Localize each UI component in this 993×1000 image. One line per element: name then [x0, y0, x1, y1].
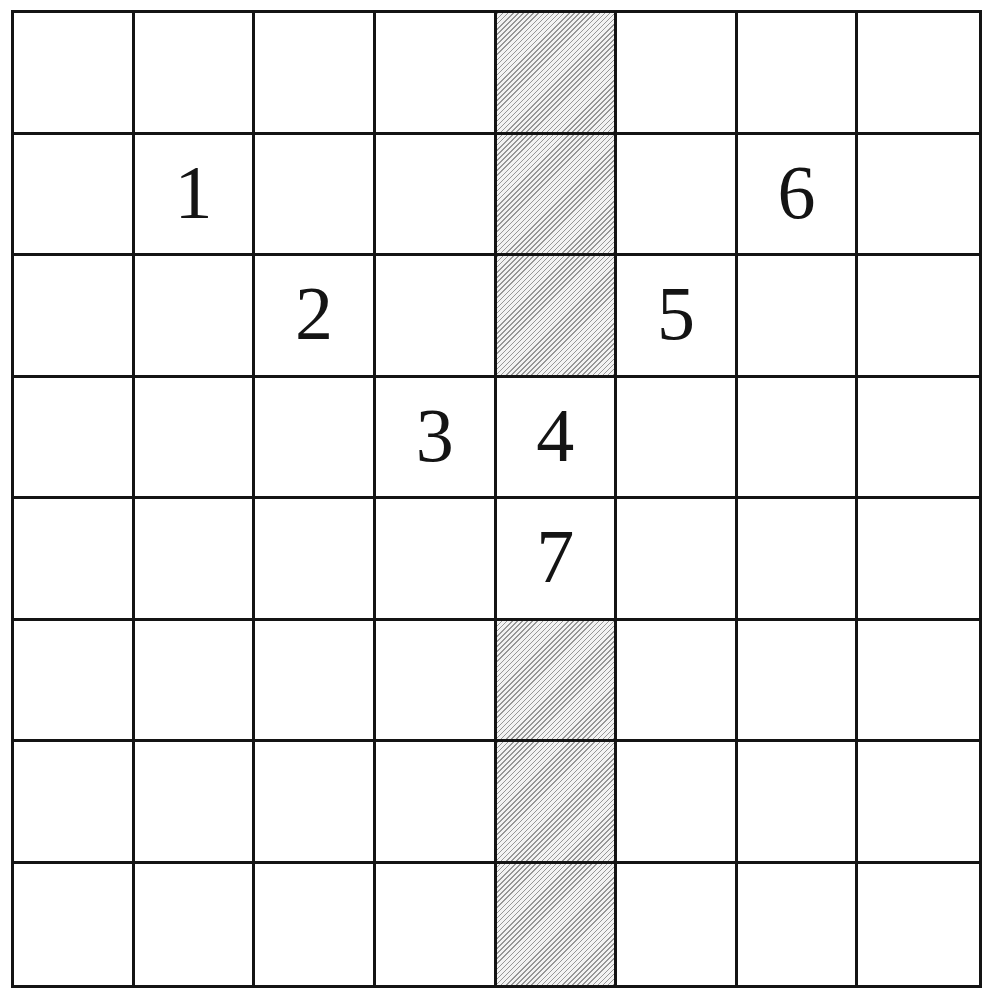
cell-r4c3[interactable] [255, 378, 376, 500]
cell-r1c6[interactable] [617, 13, 738, 135]
cell-r3c8[interactable] [858, 256, 979, 378]
cell-r8c3[interactable] [255, 864, 376, 986]
cell-r5c4[interactable] [376, 499, 497, 621]
cell-r7c6[interactable] [617, 742, 738, 864]
cell-r2c4[interactable] [376, 135, 497, 257]
cell-r6c8[interactable] [858, 621, 979, 743]
cell-r4c1[interactable] [14, 378, 135, 500]
shaded-cell-r7c5 [497, 742, 618, 864]
cell-r3c1[interactable] [14, 256, 135, 378]
cell-r2c1[interactable] [14, 135, 135, 257]
cell-r1c1[interactable] [14, 13, 135, 135]
page: 1625347 [0, 0, 993, 1000]
puzzle-board: 1625347 [11, 10, 982, 988]
cell-r8c6[interactable] [617, 864, 738, 986]
shaded-cell-r6c5 [497, 621, 618, 743]
cell-r2c7[interactable]: 6 [738, 135, 859, 257]
clue-digit-4: 4 [536, 397, 574, 473]
clue-digit-3: 3 [416, 397, 454, 473]
cell-r7c7[interactable] [738, 742, 859, 864]
cell-r6c2[interactable] [135, 621, 256, 743]
cell-r1c8[interactable] [858, 13, 979, 135]
cell-r4c4[interactable]: 3 [376, 378, 497, 500]
cell-r5c1[interactable] [14, 499, 135, 621]
cell-r5c2[interactable] [135, 499, 256, 621]
clue-digit-7: 7 [536, 518, 574, 594]
cell-r8c4[interactable] [376, 864, 497, 986]
cell-r4c8[interactable] [858, 378, 979, 500]
cell-r1c2[interactable] [135, 13, 256, 135]
cell-r5c5[interactable]: 7 [497, 499, 618, 621]
cell-r7c2[interactable] [135, 742, 256, 864]
cell-r6c6[interactable] [617, 621, 738, 743]
cell-r8c8[interactable] [858, 864, 979, 986]
cell-r8c1[interactable] [14, 864, 135, 986]
cell-r2c6[interactable] [617, 135, 738, 257]
cell-r2c8[interactable] [858, 135, 979, 257]
shaded-cell-r3c5 [497, 256, 618, 378]
cell-r3c7[interactable] [738, 256, 859, 378]
cell-r3c2[interactable] [135, 256, 256, 378]
cell-r7c3[interactable] [255, 742, 376, 864]
cell-r6c4[interactable] [376, 621, 497, 743]
clue-digit-1: 1 [174, 154, 212, 230]
cell-r6c1[interactable] [14, 621, 135, 743]
cell-r1c4[interactable] [376, 13, 497, 135]
cell-r4c2[interactable] [135, 378, 256, 500]
cell-r6c7[interactable] [738, 621, 859, 743]
clue-digit-5: 5 [657, 275, 695, 351]
clue-digit-2: 2 [295, 275, 333, 351]
cell-r1c7[interactable] [738, 13, 859, 135]
cell-r8c7[interactable] [738, 864, 859, 986]
cell-r2c3[interactable] [255, 135, 376, 257]
cell-r3c3[interactable]: 2 [255, 256, 376, 378]
cell-r7c4[interactable] [376, 742, 497, 864]
cell-r5c8[interactable] [858, 499, 979, 621]
shaded-cell-r8c5 [497, 864, 618, 986]
clue-digit-6: 6 [778, 154, 816, 230]
cell-r5c3[interactable] [255, 499, 376, 621]
cell-r7c1[interactable] [14, 742, 135, 864]
cell-r6c3[interactable] [255, 621, 376, 743]
cell-r3c4[interactable] [376, 256, 497, 378]
cell-r3c6[interactable]: 5 [617, 256, 738, 378]
cell-r4c7[interactable] [738, 378, 859, 500]
shaded-cell-r1c5 [497, 13, 618, 135]
cell-r8c2[interactable] [135, 864, 256, 986]
cell-r7c8[interactable] [858, 742, 979, 864]
cell-r5c7[interactable] [738, 499, 859, 621]
cell-r1c3[interactable] [255, 13, 376, 135]
shaded-cell-r2c5 [497, 135, 618, 257]
cell-r2c2[interactable]: 1 [135, 135, 256, 257]
cell-r4c6[interactable] [617, 378, 738, 500]
cell-r5c6[interactable] [617, 499, 738, 621]
cell-r4c5[interactable]: 4 [497, 378, 618, 500]
